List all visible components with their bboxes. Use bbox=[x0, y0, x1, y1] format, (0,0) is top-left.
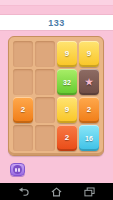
status-bar bbox=[0, 0, 113, 6]
tile-value: 16 bbox=[85, 135, 93, 142]
board-cell bbox=[13, 69, 33, 95]
score-value: 133 bbox=[48, 18, 65, 28]
tile-9[interactable]: 9 bbox=[79, 41, 99, 67]
board-cell bbox=[35, 41, 55, 67]
star-icon: ★ bbox=[85, 78, 93, 87]
tile-value: 2 bbox=[21, 106, 25, 114]
tile-value: 9 bbox=[65, 106, 69, 114]
tile-9[interactable]: 9 bbox=[57, 41, 77, 67]
tile-value: 2 bbox=[87, 106, 91, 114]
tile-2[interactable]: 2 bbox=[57, 125, 77, 151]
tile-value: 9 bbox=[87, 50, 91, 58]
score-bar: 133 bbox=[0, 14, 113, 31]
home-icon[interactable] bbox=[51, 187, 62, 197]
pause-icon bbox=[13, 165, 22, 174]
board-cell bbox=[13, 41, 33, 67]
game-board[interactable]: 9 9 32 ★ 2 9 2 2 16 bbox=[8, 36, 104, 156]
board-cell bbox=[35, 97, 55, 123]
pause-button[interactable] bbox=[10, 163, 25, 176]
tile-2[interactable]: 2 bbox=[79, 97, 99, 123]
tile-9[interactable]: 9 bbox=[57, 97, 77, 123]
tile-32[interactable]: 32 bbox=[57, 69, 77, 95]
game-screen: { "game": "2048-style sliding number mer… bbox=[0, 0, 113, 200]
tile-value: 2 bbox=[65, 134, 69, 142]
tile-2[interactable]: 2 bbox=[13, 97, 33, 123]
back-icon[interactable] bbox=[18, 187, 29, 197]
tile-value: 9 bbox=[65, 50, 69, 58]
tile-star[interactable]: ★ bbox=[79, 69, 99, 95]
tile-16[interactable]: 16 bbox=[79, 125, 99, 151]
recents-icon[interactable] bbox=[84, 187, 95, 197]
tile-value: 32 bbox=[63, 79, 71, 86]
android-navbar bbox=[0, 183, 113, 200]
board-cell bbox=[35, 69, 55, 95]
board-cell bbox=[13, 125, 33, 151]
board-cell bbox=[35, 125, 55, 151]
